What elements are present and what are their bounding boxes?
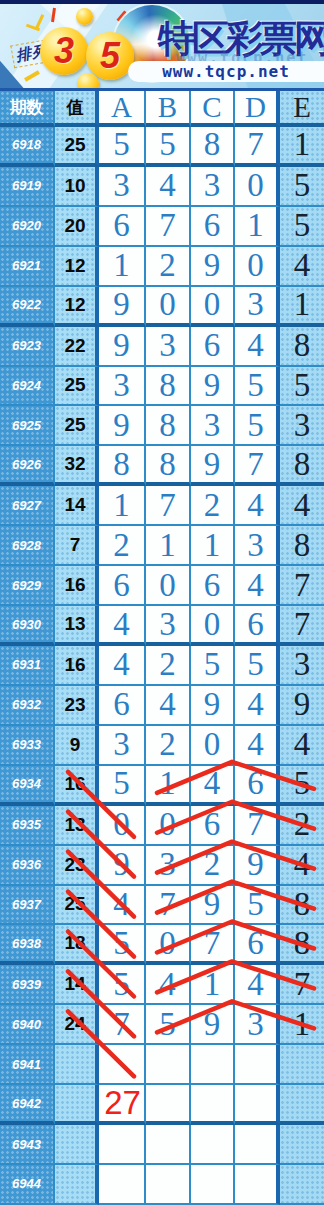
digit-cell: 6 [191, 207, 235, 247]
digit-cell-e: 4 [280, 486, 324, 526]
digit-cell-e: 8 [280, 526, 324, 566]
value-cell: 20 [55, 207, 99, 247]
value-cell [55, 1085, 99, 1125]
digit-cell-e: 5 [280, 167, 324, 207]
digit-cell: 5 [235, 646, 280, 686]
digit-cell: 9 [235, 846, 280, 886]
digit-cell: 5 [99, 127, 146, 167]
digit-cell: 4 [235, 726, 280, 766]
digit-cell: 6 [235, 766, 280, 806]
digit-cell-e [280, 1085, 324, 1125]
value-cell: 16 [55, 766, 99, 806]
value-cell: 14 [55, 965, 99, 1005]
digit-cell [146, 1165, 191, 1205]
digit-cell: 4 [235, 327, 280, 367]
digit-cell: 6 [191, 806, 235, 846]
digit-cell: 0 [146, 806, 191, 846]
period-cell: 6920 [0, 207, 55, 247]
digit-cell-e: 5 [280, 207, 324, 247]
digit-cell: 8 [191, 127, 235, 167]
digit-cell-e: 5 [280, 367, 324, 407]
digit-cell-e: 1 [280, 287, 324, 327]
period-cell: 6922 [0, 287, 55, 327]
digit-cell [235, 1085, 280, 1125]
period-cell: 6930 [0, 606, 55, 646]
digit-cell-e: 3 [280, 406, 324, 446]
trend-table: 期数值ABCDE69182555871691910343056920206761… [0, 91, 324, 1205]
digit-cell: 8 [146, 406, 191, 446]
digit-cell: 0 [191, 606, 235, 646]
digit-cell: 4 [146, 965, 191, 1005]
digit-cell: 7 [191, 925, 235, 965]
digit-cell: 5 [99, 766, 146, 806]
period-cell: 6938 [0, 925, 55, 965]
digit-cell: 3 [99, 367, 146, 407]
digit-cell-e: 4 [280, 846, 324, 886]
col-b-header: B [146, 91, 191, 127]
value-cell: 18 [55, 925, 99, 965]
period-cell: 6937 [0, 886, 55, 926]
digit-cell: 3 [191, 167, 235, 207]
digit-cell: 1 [191, 965, 235, 1005]
digit-cell-e: 8 [280, 925, 324, 965]
digit-cell: 9 [191, 446, 235, 486]
digit-cell: 9 [191, 367, 235, 407]
value-cell: 14 [55, 486, 99, 526]
digit-cell: 0 [146, 287, 191, 327]
period-cell: 6918 [0, 127, 55, 167]
digit-cell: 0 [235, 247, 280, 287]
period-header: 期数 [0, 91, 55, 127]
digit-cell [99, 1125, 146, 1165]
period-cell: 6933 [0, 726, 55, 766]
site-url: www.tqcp.net [162, 62, 290, 81]
small-ball-icon [76, 8, 93, 25]
digit-cell: 5 [146, 127, 191, 167]
digit-cell: 2 [146, 247, 191, 287]
digit-cell-e: 4 [280, 726, 324, 766]
digit-cell: 4 [99, 606, 146, 646]
lottery-ball-5-icon: 5 [86, 32, 134, 80]
value-cell: 24 [55, 1005, 99, 1045]
digit-cell-e: 9 [280, 686, 324, 726]
digit-cell: 5 [235, 406, 280, 446]
value-cell: 22 [55, 327, 99, 367]
digit-cell: 9 [99, 846, 146, 886]
period-cell: 6943 [0, 1125, 55, 1165]
digit-cell: 4 [99, 886, 146, 926]
digit-cell: 3 [191, 406, 235, 446]
period-cell: 6940 [0, 1005, 55, 1045]
digit-cell: 2 [99, 526, 146, 566]
digit-cell: 9 [191, 686, 235, 726]
value-cell: 9 [55, 726, 99, 766]
digit-cell [191, 1165, 235, 1205]
digit-cell [146, 1045, 191, 1085]
small-ball-icon [77, 73, 99, 91]
digit-cell: 9 [191, 1005, 235, 1045]
period-cell: 6941 [0, 1045, 55, 1085]
digit-cell-e [280, 1125, 324, 1165]
digit-cell: 5 [235, 886, 280, 926]
period-cell: 6936 [0, 846, 55, 886]
digit-cell-e: 8 [280, 886, 324, 926]
digit-cell: 9 [191, 247, 235, 287]
digit-cell: 6 [99, 686, 146, 726]
value-cell: 7 [55, 526, 99, 566]
period-cell: 6942 [0, 1085, 55, 1125]
digit-cell: 7 [146, 886, 191, 926]
value-cell: 12 [55, 287, 99, 327]
digit-cell: 9 [99, 327, 146, 367]
digit-cell: 3 [146, 327, 191, 367]
digit-cell: 0 [99, 806, 146, 846]
period-cell: 6924 [0, 367, 55, 407]
period-cell: 6927 [0, 486, 55, 526]
period-cell: 6939 [0, 965, 55, 1005]
lottery-trend-page: 特区彩票网 www.tqcp.net 排列 3 5 www.tqcp.net 期… [0, 0, 324, 1205]
digit-cell: 6 [191, 566, 235, 606]
digit-cell: 5 [191, 646, 235, 686]
digit-cell-e: 7 [280, 606, 324, 646]
digit-cell: 7 [235, 446, 280, 486]
digit-cell: 2 [191, 486, 235, 526]
period-cell: 6926 [0, 446, 55, 486]
digit-cell: 9 [99, 406, 146, 446]
digit-cell: 2 [191, 846, 235, 886]
value-cell [55, 1165, 99, 1205]
digit-cell: 0 [191, 287, 235, 327]
digit-cell [99, 1165, 146, 1205]
digit-cell: 5 [235, 367, 280, 407]
digit-cell: 8 [146, 367, 191, 407]
digit-cell [235, 1125, 280, 1165]
digit-cell: 8 [99, 446, 146, 486]
digit-cell-e: 7 [280, 566, 324, 606]
period-cell: 6925 [0, 406, 55, 446]
digit-cell-e: 7 [280, 965, 324, 1005]
digit-cell: 4 [191, 766, 235, 806]
value-cell: 13 [55, 806, 99, 846]
period-cell: 6944 [0, 1165, 55, 1205]
value-cell: 16 [55, 566, 99, 606]
period-cell: 6931 [0, 646, 55, 686]
digit-cell-e: 1 [280, 127, 324, 167]
digit-cell: 6 [235, 925, 280, 965]
period-cell: 6929 [0, 566, 55, 606]
digit-cell: 4 [235, 965, 280, 1005]
digit-cell: 2 [146, 726, 191, 766]
col-c-header: C [191, 91, 235, 127]
digit-cell [191, 1125, 235, 1165]
digit-cell: 5 [146, 1005, 191, 1045]
value-cell: 13 [55, 606, 99, 646]
prediction-value: 27 [99, 1085, 146, 1121]
digit-cell-e: 2 [280, 806, 324, 846]
col-a-header: A [99, 91, 146, 127]
digit-cell: 5 [99, 965, 146, 1005]
period-cell: 6928 [0, 526, 55, 566]
digit-cell: 7 [235, 806, 280, 846]
digit-cell: 0 [191, 726, 235, 766]
digit-cell [146, 1085, 191, 1125]
digit-cell-e: 5 [280, 766, 324, 806]
value-cell: 32 [55, 446, 99, 486]
value-header: 值 [55, 91, 99, 127]
digit-cell: 1 [99, 247, 146, 287]
digit-cell: 1 [146, 766, 191, 806]
digit-cell: 7 [146, 486, 191, 526]
digit-cell: 0 [146, 566, 191, 606]
value-cell [55, 1045, 99, 1085]
digit-cell: 2 [146, 646, 191, 686]
digit-cell [191, 1045, 235, 1085]
digit-cell: 3 [146, 606, 191, 646]
digit-cell: 4 [146, 686, 191, 726]
digit-cell: 6 [235, 606, 280, 646]
digit-cell: 4 [99, 646, 146, 686]
digit-cell-e: 3 [280, 646, 324, 686]
digit-cell [235, 1165, 280, 1205]
site-banner: 特区彩票网 www.tqcp.net 排列 3 5 www.tqcp.net [0, 0, 324, 91]
digit-cell: 4 [146, 167, 191, 207]
value-cell: 25 [55, 406, 99, 446]
digit-cell: 4 [235, 566, 280, 606]
digit-cell: 7 [235, 127, 280, 167]
period-cell: 6935 [0, 806, 55, 846]
digit-cell: 3 [235, 526, 280, 566]
digit-cell: 5 [99, 925, 146, 965]
col-d-header: D [235, 91, 280, 127]
digit-cell-e: 8 [280, 446, 324, 486]
digit-cell: 6 [99, 566, 146, 606]
digit-cell [99, 1045, 146, 1085]
col-e-header: E [280, 91, 324, 127]
digit-cell: 6 [191, 327, 235, 367]
value-cell: 25 [55, 367, 99, 407]
period-cell: 6919 [0, 167, 55, 207]
digit-cell: 9 [191, 886, 235, 926]
lottery-ball-3-icon: 3 [40, 27, 88, 75]
value-cell [55, 1125, 99, 1165]
digit-cell [191, 1085, 235, 1125]
digit-cell-e: 1 [280, 1005, 324, 1045]
digit-cell: 0 [146, 925, 191, 965]
value-cell: 12 [55, 247, 99, 287]
value-cell: 16 [55, 646, 99, 686]
digit-cell: 1 [146, 526, 191, 566]
value-cell: 23 [55, 846, 99, 886]
digit-cell-e [280, 1045, 324, 1085]
digit-cell: 7 [146, 207, 191, 247]
value-cell: 10 [55, 167, 99, 207]
digit-cell: 8 [146, 446, 191, 486]
digit-cell: 1 [191, 526, 235, 566]
digit-cell: 9 [99, 287, 146, 327]
value-cell: 25 [55, 127, 99, 167]
digit-cell [146, 1125, 191, 1165]
digit-cell [235, 1045, 280, 1085]
value-cell: 25 [55, 886, 99, 926]
period-cell: 6932 [0, 686, 55, 726]
url-strip: www.tqcp.net [128, 61, 324, 82]
digit-cell: 1 [235, 207, 280, 247]
digit-cell-e [280, 1165, 324, 1205]
digit-cell-e: 8 [280, 327, 324, 367]
digit-cell: 3 [99, 726, 146, 766]
digit-cell: 3 [235, 1005, 280, 1045]
period-cell: 6923 [0, 327, 55, 367]
digit-cell: 0 [235, 167, 280, 207]
period-cell: 6921 [0, 247, 55, 287]
digit-cell: 4 [235, 686, 280, 726]
digit-cell: 1 [99, 486, 146, 526]
digit-cell: 4 [235, 486, 280, 526]
period-cell: 6934 [0, 766, 55, 806]
digit-cell: 3 [99, 167, 146, 207]
digit-cell: 3 [146, 846, 191, 886]
digit-cell-e: 4 [280, 247, 324, 287]
digit-cell: 7 [99, 1005, 146, 1045]
digit-cell: 3 [235, 287, 280, 327]
value-cell: 23 [55, 686, 99, 726]
digit-cell: 6 [99, 207, 146, 247]
